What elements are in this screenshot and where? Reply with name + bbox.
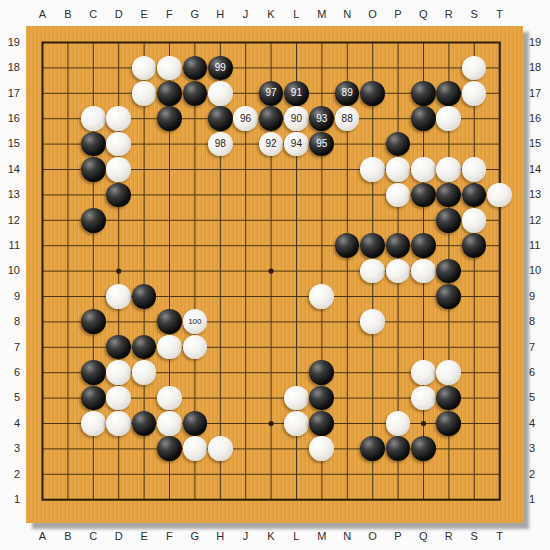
stone-white-D5 (106, 386, 131, 411)
stone-white-D14 (106, 157, 131, 182)
left-coordinates: 19181716151413121110987654321 (1, 30, 23, 513)
stone-white-E17 (132, 81, 157, 106)
row-label-left-15: 15 (1, 131, 23, 156)
row-label-right-13: 13 (527, 182, 549, 207)
stone-black-M15: 95 (309, 132, 334, 157)
col-label-bottom-G: G (182, 527, 207, 545)
stone-white-H3 (208, 436, 233, 461)
col-label-bottom-B: B (55, 527, 80, 545)
stone-black-E9 (132, 284, 157, 309)
stone-black-R9 (436, 284, 461, 309)
stones-layer: 999791899690938898929495100 (30, 30, 513, 513)
col-label-bottom-N: N (334, 527, 359, 545)
stone-white-Q6 (411, 360, 436, 385)
stone-black-L17: 91 (284, 81, 309, 106)
stone-black-R4 (436, 411, 461, 436)
right-coordinates: 19181716151413121110987654321 (527, 30, 549, 513)
stone-white-L4 (284, 411, 309, 436)
col-label-bottom-L: L (284, 527, 309, 545)
row-label-right-1: 1 (527, 487, 549, 512)
stone-black-C8 (81, 309, 106, 334)
row-label-right-10: 10 (527, 258, 549, 283)
bottom-coordinates: ABCDEFGHJKLMNOPQRST (30, 527, 513, 545)
col-label-top-R: R (436, 5, 461, 23)
stone-black-F16 (157, 106, 182, 131)
stone-black-E4 (132, 411, 157, 436)
stone-black-R5 (436, 386, 461, 411)
col-label-top-T: T (487, 5, 512, 23)
stone-white-F18 (157, 56, 182, 81)
stone-white-G8: 100 (183, 309, 208, 334)
stone-white-F5 (157, 386, 182, 411)
stone-black-C5 (81, 386, 106, 411)
row-label-left-16: 16 (1, 106, 23, 131)
col-label-bottom-E: E (131, 527, 156, 545)
row-label-left-14: 14 (1, 157, 23, 182)
col-label-bottom-Q: Q (411, 527, 436, 545)
stone-black-R13 (436, 183, 461, 208)
row-label-left-3: 3 (1, 436, 23, 461)
stone-black-M6 (309, 360, 334, 385)
col-label-top-B: B (55, 5, 80, 23)
stone-white-R6 (436, 360, 461, 385)
stone-black-F3 (157, 436, 182, 461)
stone-black-O3 (360, 436, 385, 461)
col-label-top-P: P (385, 5, 410, 23)
stone-black-G18 (183, 56, 208, 81)
row-label-right-6: 6 (527, 360, 549, 385)
row-label-right-17: 17 (527, 81, 549, 106)
row-label-right-5: 5 (527, 385, 549, 410)
col-label-bottom-A: A (30, 527, 55, 545)
stone-white-H15: 98 (208, 132, 233, 157)
col-label-top-K: K (258, 5, 283, 23)
stone-white-C4 (81, 411, 106, 436)
stone-white-F4 (157, 411, 182, 436)
stone-black-Q3 (411, 436, 436, 461)
stone-white-L5 (284, 386, 309, 411)
row-label-left-12: 12 (1, 208, 23, 233)
go-diagram: 999791899690938898929495100 ABCDEFGHJKLM… (0, 0, 550, 550)
stone-white-D6 (106, 360, 131, 385)
stone-black-G17 (183, 81, 208, 106)
col-label-top-G: G (182, 5, 207, 23)
stone-black-G4 (183, 411, 208, 436)
row-label-left-11: 11 (1, 233, 23, 258)
stone-white-S17 (462, 81, 487, 106)
stone-black-M5 (309, 386, 334, 411)
stone-white-E6 (132, 360, 157, 385)
row-label-right-4: 4 (527, 411, 549, 436)
stone-black-P11 (386, 233, 411, 258)
stone-black-Q16 (411, 106, 436, 131)
move-number: 89 (342, 88, 353, 98)
stone-white-Q14 (411, 157, 436, 182)
stone-black-F8 (157, 309, 182, 334)
col-label-top-M: M (309, 5, 334, 23)
row-label-left-8: 8 (1, 309, 23, 334)
stone-black-O17 (360, 81, 385, 106)
stone-white-P13 (386, 183, 411, 208)
stone-black-P15 (386, 132, 411, 157)
col-label-bottom-D: D (106, 527, 131, 545)
row-label-right-19: 19 (527, 30, 549, 55)
move-number: 90 (291, 114, 302, 124)
row-label-right-3: 3 (527, 436, 549, 461)
col-label-top-C: C (81, 5, 106, 23)
move-number: 92 (265, 139, 276, 149)
stone-black-Q13 (411, 183, 436, 208)
col-label-top-A: A (30, 5, 55, 23)
stone-white-G3 (183, 436, 208, 461)
stone-black-C12 (81, 208, 106, 233)
stone-white-R14 (436, 157, 461, 182)
row-label-right-14: 14 (527, 157, 549, 182)
top-coordinates: ABCDEFGHJKLMNOPQRST (30, 5, 513, 23)
move-number: 91 (291, 88, 302, 98)
col-label-top-Q: Q (411, 5, 436, 23)
col-label-top-D: D (106, 5, 131, 23)
row-label-left-18: 18 (1, 55, 23, 80)
col-label-bottom-M: M (309, 527, 334, 545)
stone-white-O14 (360, 157, 385, 182)
col-label-top-E: E (131, 5, 156, 23)
col-label-bottom-O: O (360, 527, 385, 545)
stone-white-P14 (386, 157, 411, 182)
row-label-left-1: 1 (1, 487, 23, 512)
stone-white-S12 (462, 208, 487, 233)
stone-white-S14 (462, 157, 487, 182)
col-label-top-O: O (360, 5, 385, 23)
col-label-top-N: N (334, 5, 359, 23)
stone-black-O11 (360, 233, 385, 258)
stone-white-R16 (436, 106, 461, 131)
row-label-left-9: 9 (1, 284, 23, 309)
stone-white-Q10 (411, 259, 436, 284)
stone-white-D9 (106, 284, 131, 309)
col-label-bottom-F: F (157, 527, 182, 545)
col-label-top-F: F (157, 5, 182, 23)
row-label-left-2: 2 (1, 462, 23, 487)
move-number: 96 (240, 114, 251, 124)
stone-white-G7 (183, 335, 208, 360)
stone-white-M3 (309, 436, 334, 461)
row-label-right-2: 2 (527, 462, 549, 487)
stone-black-M16: 93 (309, 106, 334, 131)
move-number: 98 (215, 139, 226, 149)
row-label-left-6: 6 (1, 360, 23, 385)
row-label-right-16: 16 (527, 106, 549, 131)
col-label-top-S: S (461, 5, 486, 23)
stone-white-O10 (360, 259, 385, 284)
row-label-right-18: 18 (527, 55, 549, 80)
col-label-top-L: L (284, 5, 309, 23)
stone-white-O8 (360, 309, 385, 334)
stone-white-D16 (106, 106, 131, 131)
stone-black-P3 (386, 436, 411, 461)
stone-white-P10 (386, 259, 411, 284)
col-label-bottom-R: R (436, 527, 461, 545)
stone-white-L16: 90 (284, 106, 309, 131)
stone-white-D4 (106, 411, 131, 436)
move-number: 95 (316, 139, 327, 149)
row-label-right-11: 11 (527, 233, 549, 258)
move-number: 97 (265, 88, 276, 98)
col-label-bottom-J: J (233, 527, 258, 545)
row-label-left-17: 17 (1, 81, 23, 106)
stone-black-R12 (436, 208, 461, 233)
stone-black-E7 (132, 335, 157, 360)
stone-white-F7 (157, 335, 182, 360)
stone-black-C6 (81, 360, 106, 385)
move-number: 94 (291, 139, 302, 149)
stone-white-S18 (462, 56, 487, 81)
row-label-right-12: 12 (527, 208, 549, 233)
col-label-top-H: H (208, 5, 233, 23)
row-label-left-7: 7 (1, 335, 23, 360)
row-label-right-7: 7 (527, 335, 549, 360)
col-label-bottom-T: T (487, 527, 512, 545)
stone-black-S11 (462, 233, 487, 258)
col-label-bottom-K: K (258, 527, 283, 545)
move-number: 93 (316, 114, 327, 124)
stone-white-K15: 92 (259, 132, 284, 157)
stone-black-S13 (462, 183, 487, 208)
stone-black-M4 (309, 411, 334, 436)
stone-black-F17 (157, 81, 182, 106)
row-label-left-4: 4 (1, 411, 23, 436)
row-label-left-19: 19 (1, 30, 23, 55)
row-label-left-5: 5 (1, 385, 23, 410)
row-label-left-10: 10 (1, 258, 23, 283)
stone-black-D7 (106, 335, 131, 360)
stone-white-H17 (208, 81, 233, 106)
stone-black-R10 (436, 259, 461, 284)
stone-black-N17: 89 (335, 81, 360, 106)
stone-white-M9 (309, 284, 334, 309)
stone-white-T13 (487, 183, 512, 208)
stone-white-P4 (386, 411, 411, 436)
stone-white-D15 (106, 132, 131, 157)
move-number: 99 (215, 63, 226, 73)
stone-white-N16: 88 (335, 106, 360, 131)
col-label-bottom-C: C (81, 527, 106, 545)
row-label-right-15: 15 (527, 131, 549, 156)
stone-white-Q5 (411, 386, 436, 411)
row-label-right-9: 9 (527, 284, 549, 309)
row-label-left-13: 13 (1, 182, 23, 207)
stone-white-C16 (81, 106, 106, 131)
stone-black-R17 (436, 81, 461, 106)
stone-black-K17: 97 (259, 81, 284, 106)
col-label-bottom-H: H (208, 527, 233, 545)
stone-black-K16 (259, 106, 284, 131)
move-number: 88 (342, 114, 353, 124)
stone-black-N11 (335, 233, 360, 258)
stone-white-E18 (132, 56, 157, 81)
stone-black-H18: 99 (208, 56, 233, 81)
stone-white-L15: 94 (284, 132, 309, 157)
stone-white-J16: 96 (233, 106, 258, 131)
col-label-bottom-S: S (461, 527, 486, 545)
col-label-top-J: J (233, 5, 258, 23)
stone-black-C15 (81, 132, 106, 157)
row-label-right-8: 8 (527, 309, 549, 334)
stone-black-Q17 (411, 81, 436, 106)
stone-black-H16 (208, 106, 233, 131)
move-number: 100 (188, 318, 201, 326)
stone-black-Q11 (411, 233, 436, 258)
stone-black-C14 (81, 157, 106, 182)
col-label-bottom-P: P (385, 527, 410, 545)
stone-black-D13 (106, 183, 131, 208)
